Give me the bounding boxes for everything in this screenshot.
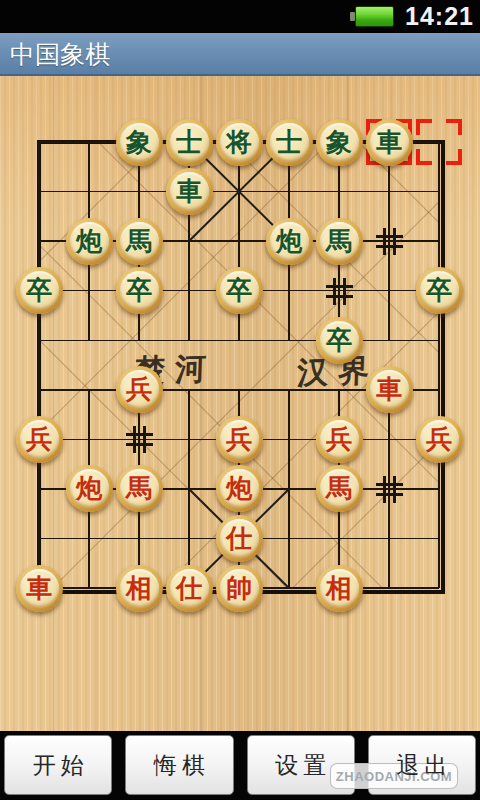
piece-red-兵[interactable]: 兵 <box>116 366 163 413</box>
piece-black-卒[interactable]: 卒 <box>316 317 363 364</box>
piece-red-兵[interactable]: 兵 <box>16 416 63 463</box>
piece-black-象[interactable]: 象 <box>316 119 363 166</box>
piece-red-帥[interactable]: 帥 <box>216 565 263 612</box>
piece-black-卒[interactable]: 卒 <box>116 267 163 314</box>
piece-red-車[interactable]: 車 <box>366 366 413 413</box>
piece-black-卒[interactable]: 卒 <box>16 267 63 314</box>
last-move-marker <box>416 119 462 165</box>
piece-black-車[interactable]: 車 <box>166 168 213 215</box>
bottom-toolbar: 开始 悔棋 设置 退出 ZHAODANJI.COM <box>0 731 480 800</box>
start-button[interactable]: 开始 <box>4 735 112 795</box>
piece-black-車[interactable]: 車 <box>366 119 413 166</box>
piece-black-馬[interactable]: 馬 <box>116 218 163 265</box>
piece-black-士[interactable]: 士 <box>166 119 213 166</box>
point-marker <box>376 476 403 503</box>
piece-red-炮[interactable]: 炮 <box>66 465 113 512</box>
grid-line <box>438 142 440 588</box>
point-marker <box>376 228 403 255</box>
piece-red-相[interactable]: 相 <box>316 565 363 612</box>
piece-red-炮[interactable]: 炮 <box>216 465 263 512</box>
piece-black-馬[interactable]: 馬 <box>316 218 363 265</box>
battery-icon <box>350 6 394 27</box>
piece-red-馬[interactable]: 馬 <box>316 465 363 512</box>
piece-red-兵[interactable]: 兵 <box>216 416 263 463</box>
piece-red-車[interactable]: 車 <box>16 565 63 612</box>
piece-black-卒[interactable]: 卒 <box>416 267 463 314</box>
piece-black-将[interactable]: 将 <box>216 119 263 166</box>
point-marker <box>326 278 353 305</box>
battery-body <box>355 6 394 27</box>
piece-black-士[interactable]: 士 <box>266 119 313 166</box>
piece-red-仕[interactable]: 仕 <box>216 515 263 562</box>
piece-red-兵[interactable]: 兵 <box>316 416 363 463</box>
app-title: 中国象棋 <box>10 38 110 71</box>
piece-black-卒[interactable]: 卒 <box>216 267 263 314</box>
title-bar: 中国象棋 <box>0 33 480 76</box>
point-marker <box>126 426 153 453</box>
status-clock: 14:21 <box>405 2 474 31</box>
grid-line <box>38 142 40 588</box>
piece-black-象[interactable]: 象 <box>116 119 163 166</box>
piece-red-相[interactable]: 相 <box>116 565 163 612</box>
piece-black-炮[interactable]: 炮 <box>266 218 313 265</box>
piece-red-馬[interactable]: 馬 <box>116 465 163 512</box>
piece-red-仕[interactable]: 仕 <box>166 565 213 612</box>
board[interactable]: 楚河 汉界 象士将士象車車炮馬炮馬卒卒卒卒卒兵車兵兵兵兵炮馬炮馬仕車相仕帥相 <box>39 142 439 588</box>
piece-black-炮[interactable]: 炮 <box>66 218 113 265</box>
status-bar: 14:21 <box>0 0 480 33</box>
piece-red-兵[interactable]: 兵 <box>416 416 463 463</box>
undo-move-button[interactable]: 悔棋 <box>125 735 233 795</box>
